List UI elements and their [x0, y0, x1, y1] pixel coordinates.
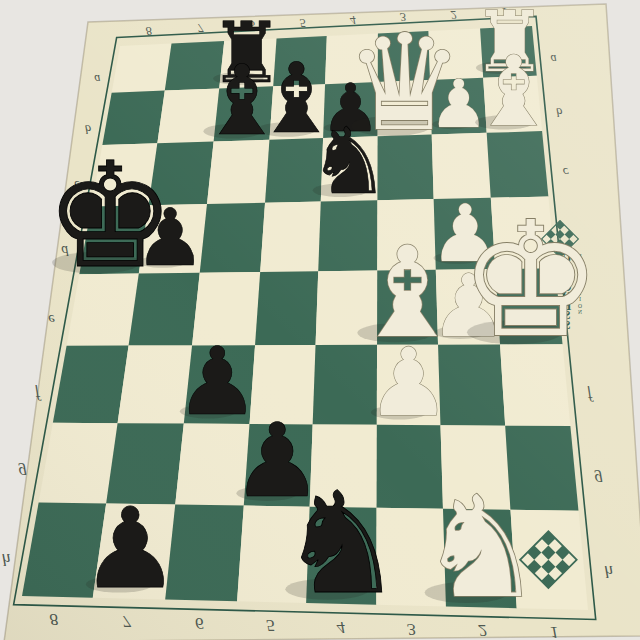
rank-label-bottom-6: 6	[195, 614, 204, 633]
file-label-right-c: c	[563, 165, 569, 180]
file-label-left-a: a	[94, 72, 100, 86]
rank-label-top-5: 5	[300, 16, 306, 30]
file-label-left-g: g	[18, 463, 26, 482]
file-label-right-g: g	[595, 470, 603, 489]
piece-white-pawn-f3: ♟	[366, 328, 450, 437]
square-a8	[112, 44, 172, 93]
rank-label-bottom-8: 8	[50, 610, 59, 629]
file-label-left-h: h	[2, 550, 11, 570]
square-d6	[200, 203, 265, 273]
rank-label-bottom-1: 1	[550, 623, 559, 640]
piece-black-knight-h4: ♞	[279, 462, 405, 625]
piece-black-knight-c4: ♞	[308, 108, 390, 215]
square-e5	[255, 271, 318, 345]
rank-label-top-7: 7	[197, 21, 204, 35]
piece-black-pawn-d7: ♟	[135, 192, 206, 284]
file-label-left-e: e	[48, 312, 55, 328]
piece-white-king-e1: ♚	[459, 188, 601, 372]
file-label-right-h: h	[604, 562, 613, 582]
chessboard-photo: 8765432187654321abcdefghabcfghUS CHESSFE…	[0, 0, 640, 640]
piece-white-knight-h2: ♞	[418, 466, 544, 629]
rank-label-bottom-3: 3	[406, 620, 416, 639]
rank-label-bottom-7: 7	[122, 612, 132, 631]
piece-black-pawn-h7: ♟	[81, 484, 181, 613]
piece-white-bishop-b1: ♝	[471, 35, 558, 148]
photo-stage: 8765432187654321abcdefghabcfghUS CHESSFE…	[0, 0, 640, 640]
rank-label-bottom-5: 5	[266, 616, 275, 635]
rank-label-top-8: 8	[146, 24, 152, 38]
